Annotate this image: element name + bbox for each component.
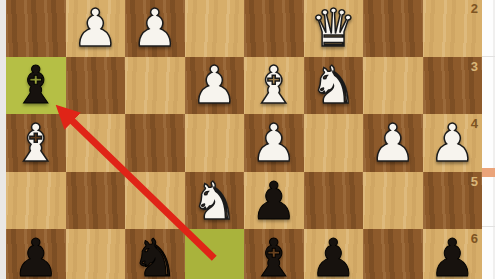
square-d3[interactable]: ♝ (244, 57, 304, 115)
square-d4[interactable]: ♟ (244, 114, 304, 172)
square-h6[interactable]: ♟ (6, 229, 66, 279)
square-c3[interactable]: ♞ (304, 57, 364, 115)
piece-wQ-c2[interactable]: ♛ (304, 0, 364, 57)
piece-wB-h4[interactable]: ♝ (6, 114, 66, 172)
square-f6[interactable]: ♞ (125, 229, 185, 279)
square-c2[interactable]: ♛ (304, 0, 364, 57)
square-a5[interactable]: 5 (423, 172, 483, 230)
square-b6[interactable] (363, 229, 423, 279)
square-g3[interactable] (66, 57, 126, 115)
piece-bB-d6[interactable]: ♝ (244, 229, 304, 279)
square-h3[interactable]: ♝ (6, 57, 66, 115)
panel-active-marker (482, 168, 495, 177)
side-panel-edge (482, 0, 495, 279)
rank-label-4: 4 (471, 116, 478, 131)
square-a2[interactable]: 2 (423, 0, 483, 57)
chess-board[interactable]: ♟♟♛2♝♟♝♞3♝♟♟♟4♞♟5♟♞♝♟♟6 (6, 0, 482, 279)
square-g5[interactable] (66, 172, 126, 230)
square-b2[interactable] (363, 0, 423, 57)
piece-wP-f2[interactable]: ♟ (125, 0, 185, 57)
piece-wP-g2[interactable]: ♟ (66, 0, 126, 57)
piece-wN-e5[interactable]: ♞ (185, 172, 245, 230)
square-b5[interactable] (363, 172, 423, 230)
square-f5[interactable] (125, 172, 185, 230)
square-c6[interactable]: ♟ (304, 229, 364, 279)
rank-label-3: 3 (471, 59, 478, 74)
piece-bP-h6[interactable]: ♟ (6, 229, 66, 279)
piece-bB-h3[interactable]: ♝ (6, 57, 66, 115)
square-f3[interactable] (125, 57, 185, 115)
piece-wB-d3[interactable]: ♝ (244, 57, 304, 115)
square-f4[interactable] (125, 114, 185, 172)
square-d2[interactable] (244, 0, 304, 57)
rank-label-6: 6 (471, 231, 478, 246)
piece-bP-d5[interactable]: ♟ (244, 172, 304, 230)
rank-label-2: 2 (471, 1, 478, 16)
panel-divider (482, 56, 495, 57)
square-c4[interactable] (304, 114, 364, 172)
piece-bN-f6[interactable]: ♞ (125, 229, 185, 279)
square-g6[interactable] (66, 229, 126, 279)
piece-wP-d4[interactable]: ♟ (244, 114, 304, 172)
piece-wP-e3[interactable]: ♟ (185, 57, 245, 115)
panel-divider (482, 226, 495, 227)
square-d5[interactable]: ♟ (244, 172, 304, 230)
square-e5[interactable]: ♞ (185, 172, 245, 230)
screenshot-root: ♟♟♛2♝♟♝♞3♝♟♟♟4♞♟5♟♞♝♟♟6 (0, 0, 495, 279)
square-h4[interactable]: ♝ (6, 114, 66, 172)
square-e3[interactable]: ♟ (185, 57, 245, 115)
square-b3[interactable] (363, 57, 423, 115)
square-g2[interactable]: ♟ (66, 0, 126, 57)
square-g4[interactable] (66, 114, 126, 172)
square-e4[interactable] (185, 114, 245, 172)
square-a4[interactable]: ♟4 (423, 114, 483, 172)
square-e2[interactable] (185, 0, 245, 57)
square-c5[interactable] (304, 172, 364, 230)
square-h5[interactable] (6, 172, 66, 230)
square-f2[interactable]: ♟ (125, 0, 185, 57)
square-a3[interactable]: 3 (423, 57, 483, 115)
piece-wP-b4[interactable]: ♟ (363, 114, 423, 172)
piece-bP-c6[interactable]: ♟ (304, 229, 364, 279)
square-e6[interactable] (185, 229, 245, 279)
square-a6[interactable]: ♟6 (423, 229, 483, 279)
square-b4[interactable]: ♟ (363, 114, 423, 172)
square-h2[interactable] (6, 0, 66, 57)
rank-label-5: 5 (471, 174, 478, 189)
square-d6[interactable]: ♝ (244, 229, 304, 279)
piece-wN-c3[interactable]: ♞ (304, 57, 364, 115)
